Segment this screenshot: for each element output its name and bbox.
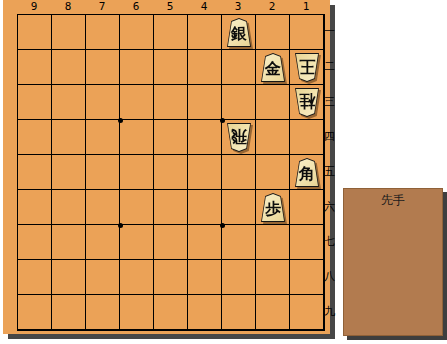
board-square[interactable]: [154, 155, 188, 190]
piece-gold-22[interactable]: 金: [260, 53, 286, 82]
board-square[interactable]: [52, 225, 86, 260]
board-square[interactable]: [18, 50, 52, 85]
board-square[interactable]: [222, 190, 256, 225]
board-square[interactable]: [256, 15, 290, 50]
board-square[interactable]: [52, 190, 86, 225]
piece-silver-31[interactable]: 銀: [226, 18, 252, 47]
board-square[interactable]: [18, 120, 52, 155]
board-square[interactable]: [86, 260, 120, 295]
board-square[interactable]: [222, 50, 256, 85]
file-labels: 9 8 7 6 5 4 3 2 1: [17, 0, 323, 13]
board-square[interactable]: [154, 225, 188, 260]
rank-label-6: 六: [324, 189, 335, 224]
file-label-1: 1: [289, 0, 323, 13]
file-label-8: 8: [51, 0, 85, 13]
board-square[interactable]: [188, 50, 222, 85]
rank-label-3: 三: [324, 84, 335, 119]
board-square[interactable]: [18, 155, 52, 190]
board-square[interactable]: [290, 225, 324, 260]
board-square[interactable]: [120, 155, 154, 190]
board-grid[interactable]: 銀 金 王 桂 飛 角 歩: [17, 14, 325, 331]
board-square[interactable]: [18, 225, 52, 260]
board-square[interactable]: [86, 50, 120, 85]
board-square[interactable]: [86, 190, 120, 225]
board-square[interactable]: [222, 260, 256, 295]
board-square[interactable]: [188, 190, 222, 225]
star-point: [118, 223, 123, 228]
board-square[interactable]: [52, 295, 86, 330]
board-square[interactable]: [256, 85, 290, 120]
rank-label-8: 八: [324, 259, 335, 294]
board-square[interactable]: [290, 295, 324, 330]
board-square[interactable]: [52, 85, 86, 120]
board-square[interactable]: [222, 225, 256, 260]
piece-rook-34[interactable]: 飛: [226, 123, 252, 152]
board-square[interactable]: [18, 85, 52, 120]
star-point: [220, 223, 225, 228]
piece-knight-13[interactable]: 桂: [294, 88, 320, 117]
board-square[interactable]: [120, 85, 154, 120]
board-square[interactable]: [120, 295, 154, 330]
board-square[interactable]: [86, 295, 120, 330]
star-point: [118, 118, 123, 123]
shogi-board: 9 8 7 6 5 4 3 2 1 一 二 三 四 五 六 七 八 九: [3, 0, 330, 334]
piece-kanji: 銀: [226, 26, 252, 42]
board-square[interactable]: [154, 190, 188, 225]
rank-labels: 一 二 三 四 五 六 七 八 九: [324, 14, 335, 329]
piece-kanji: 角: [294, 166, 320, 182]
komadai-sente[interactable]: 先手: [343, 188, 443, 336]
rank-label-7: 七: [324, 224, 335, 259]
board-square[interactable]: [120, 260, 154, 295]
board-square[interactable]: [86, 85, 120, 120]
board-square[interactable]: [120, 225, 154, 260]
board-square[interactable]: [86, 120, 120, 155]
board-square[interactable]: [52, 120, 86, 155]
board-square[interactable]: [154, 50, 188, 85]
komadai-label: 先手: [344, 189, 442, 209]
board-square[interactable]: [188, 225, 222, 260]
board-square[interactable]: [52, 260, 86, 295]
rank-label-5: 五: [324, 154, 335, 189]
board-square[interactable]: [86, 225, 120, 260]
board-square[interactable]: [222, 155, 256, 190]
board-square[interactable]: [120, 50, 154, 85]
board-square[interactable]: [290, 190, 324, 225]
board-square[interactable]: [86, 15, 120, 50]
rank-label-1: 一: [324, 14, 335, 49]
board-square[interactable]: [222, 295, 256, 330]
file-label-4: 4: [187, 0, 221, 13]
board-square[interactable]: [154, 260, 188, 295]
board-square[interactable]: [188, 15, 222, 50]
file-label-6: 6: [119, 0, 153, 13]
board-square[interactable]: [120, 120, 154, 155]
star-point: [220, 118, 225, 123]
board-square[interactable]: [290, 120, 324, 155]
piece-kanji: 桂: [294, 93, 320, 109]
board-square[interactable]: [120, 190, 154, 225]
board-square[interactable]: [154, 120, 188, 155]
board-square[interactable]: [18, 260, 52, 295]
board-square[interactable]: [188, 85, 222, 120]
board-square[interactable]: [290, 260, 324, 295]
board-square[interactable]: [18, 295, 52, 330]
rank-label-9: 九: [324, 294, 335, 329]
board-square[interactable]: [86, 155, 120, 190]
file-label-2: 2: [255, 0, 289, 13]
board-square[interactable]: [154, 85, 188, 120]
piece-bishop-15[interactable]: 角: [294, 158, 320, 187]
board-square[interactable]: [18, 190, 52, 225]
board-square[interactable]: [256, 155, 290, 190]
piece-kanji: 飛: [226, 128, 252, 144]
board-square[interactable]: [120, 15, 154, 50]
board-square[interactable]: [188, 260, 222, 295]
board-square[interactable]: [18, 15, 52, 50]
board-square[interactable]: [52, 155, 86, 190]
board-square[interactable]: [290, 15, 324, 50]
piece-kanji: 王: [294, 58, 320, 74]
board-square[interactable]: [188, 155, 222, 190]
board-square[interactable]: [188, 120, 222, 155]
file-label-7: 7: [85, 0, 119, 13]
board-square[interactable]: [256, 120, 290, 155]
shogi-app: 9 8 7 6 5 4 3 2 1 一 二 三 四 五 六 七 八 九: [0, 0, 447, 344]
rank-label-2: 二: [324, 49, 335, 84]
piece-pawn-26[interactable]: 歩: [260, 193, 286, 222]
board-square[interactable]: [256, 295, 290, 330]
file-label-9: 9: [17, 0, 51, 13]
board-square[interactable]: [222, 85, 256, 120]
board-square[interactable]: [52, 15, 86, 50]
piece-kanji: 金: [260, 61, 286, 77]
board-square[interactable]: [188, 295, 222, 330]
file-label-5: 5: [153, 0, 187, 13]
piece-king-12[interactable]: 王: [294, 53, 320, 82]
board-square[interactable]: [52, 50, 86, 85]
board-square[interactable]: [154, 295, 188, 330]
piece-kanji: 歩: [260, 201, 286, 217]
board-square[interactable]: [256, 225, 290, 260]
board-square[interactable]: [154, 15, 188, 50]
file-label-3: 3: [221, 0, 255, 13]
board-square[interactable]: [256, 260, 290, 295]
rank-label-4: 四: [324, 119, 335, 154]
